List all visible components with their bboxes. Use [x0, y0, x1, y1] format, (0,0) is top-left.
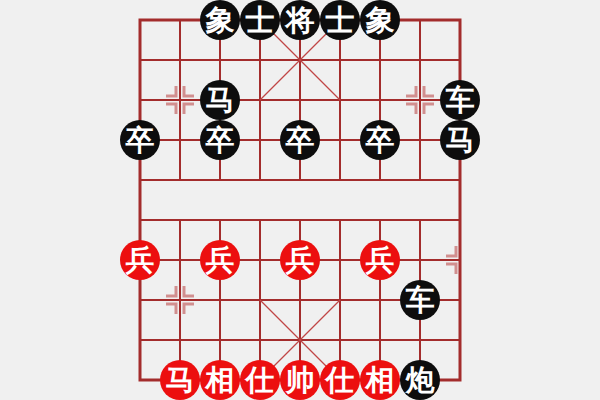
- piece-black-chariot-1[interactable]: 车: [440, 80, 480, 120]
- piece-black-soldier-2[interactable]: 卒: [200, 120, 240, 160]
- piece-black-soldier-1[interactable]: 卒: [120, 120, 160, 160]
- piece-black-advisor-right[interactable]: 士: [320, 0, 360, 40]
- piece-black-soldier-3[interactable]: 卒: [280, 120, 320, 160]
- piece-red-elephant-left[interactable]: 相: [200, 360, 240, 400]
- piece-black-elephant-left[interactable]: 象: [200, 0, 240, 40]
- piece-black-chariot-2[interactable]: 车: [400, 280, 440, 320]
- piece-black-general[interactable]: 将: [280, 0, 320, 40]
- piece-red-elephant-right[interactable]: 相: [360, 360, 400, 400]
- piece-black-advisor-left[interactable]: 士: [240, 0, 280, 40]
- piece-black-soldier-4[interactable]: 卒: [360, 120, 400, 160]
- piece-black-cannon-1[interactable]: 炮: [400, 360, 440, 400]
- piece-red-general[interactable]: 帅: [280, 360, 320, 400]
- piece-black-elephant-right[interactable]: 象: [360, 0, 400, 40]
- piece-red-soldier-4[interactable]: 兵: [360, 240, 400, 280]
- xiangqi-game-screen: 象士将士象马车卒卒卒卒马兵兵兵兵车马相仕帅仕相炮: [0, 0, 600, 400]
- piece-black-horse-1[interactable]: 马: [200, 80, 240, 120]
- piece-red-horse-1[interactable]: 马: [160, 360, 200, 400]
- xiangqi-board: 象士将士象马车卒卒卒卒马兵兵兵兵车马相仕帅仕相炮: [120, 0, 480, 400]
- piece-red-advisor-right[interactable]: 仕: [320, 360, 360, 400]
- piece-red-soldier-3[interactable]: 兵: [280, 240, 320, 280]
- piece-red-soldier-1[interactable]: 兵: [120, 240, 160, 280]
- piece-black-horse-2[interactable]: 马: [440, 120, 480, 160]
- piece-red-advisor-left[interactable]: 仕: [240, 360, 280, 400]
- piece-red-soldier-2[interactable]: 兵: [200, 240, 240, 280]
